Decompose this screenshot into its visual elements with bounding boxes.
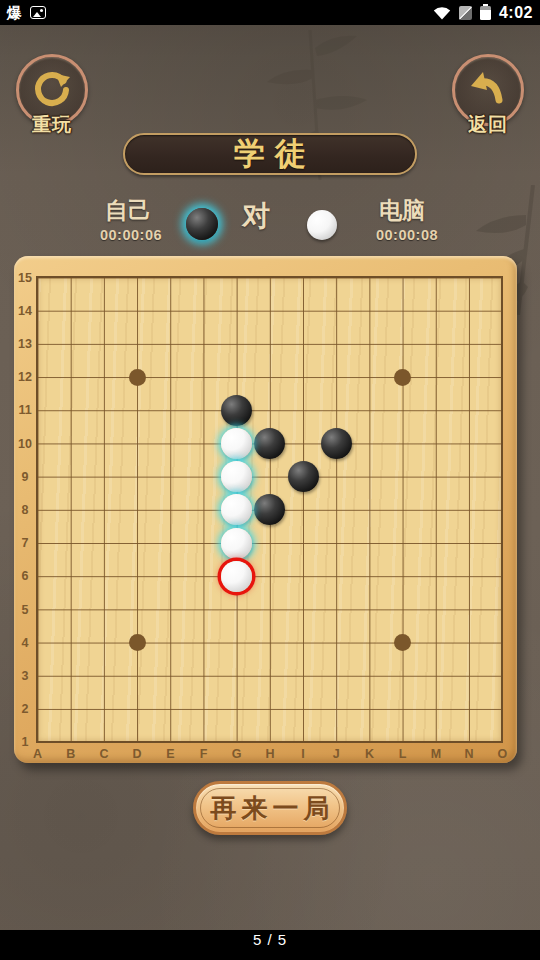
play-again-button[interactable]: 再来一局 <box>193 781 347 835</box>
row-label-4: 4 <box>16 635 34 651</box>
row-label-7: 7 <box>16 535 34 551</box>
level-banner: 学徒 <box>123 133 417 175</box>
self-timer: 00:00:06 <box>91 227 171 243</box>
col-label-J: J <box>326 746 346 760</box>
bottom-nav-bar: 5 / 5 <box>0 930 540 960</box>
game-board[interactable]: 151413121110987654321ABCDEFGHIJKLMNO <box>14 256 517 763</box>
col-label-K: K <box>360 746 380 760</box>
stone-white-g10 <box>221 428 252 459</box>
row-label-6: 6 <box>16 568 34 584</box>
col-label-H: H <box>260 746 280 760</box>
col-label-C: C <box>94 746 114 760</box>
stone-white-g6 <box>221 561 252 592</box>
col-label-L: L <box>393 746 413 760</box>
row-label-13: 13 <box>16 336 34 352</box>
opponent-stone-white <box>307 210 337 240</box>
status-bar: 爆 4:02 <box>0 0 540 25</box>
col-label-E: E <box>160 746 180 760</box>
battery-icon <box>480 4 491 21</box>
col-label-A: A <box>28 746 48 760</box>
opponent-label: 电脑 <box>367 195 437 226</box>
stone-black-j10 <box>321 428 352 459</box>
col-label-I: I <box>293 746 313 760</box>
clock-text: 4:02 <box>499 4 533 22</box>
replay-icon <box>30 68 74 112</box>
col-label-B: B <box>61 746 81 760</box>
col-label-M: M <box>426 746 446 760</box>
row-label-11: 11 <box>16 402 34 418</box>
play-again-label: 再来一局 <box>206 791 335 826</box>
app-screen: 爆 4:02 重玩 <box>0 0 540 960</box>
row-label-15: 15 <box>16 270 34 286</box>
row-label-3: 3 <box>16 668 34 684</box>
row-label-2: 2 <box>16 701 34 717</box>
stone-black-g11 <box>221 395 252 426</box>
no-sim-icon <box>459 6 472 20</box>
opponent-timer: 00:00:08 <box>367 227 447 243</box>
star-point-d12 <box>129 369 146 386</box>
self-stone-black <box>186 208 218 240</box>
self-label: 自己 <box>93 195 163 226</box>
stone-black-i9 <box>288 461 319 492</box>
back-button[interactable]: 返回 <box>450 54 526 138</box>
row-label-8: 8 <box>16 502 34 518</box>
level-title: 学徒 <box>224 133 316 175</box>
col-label-N: N <box>459 746 479 760</box>
notification-glyph: 爆 <box>7 5 22 20</box>
star-point-d4 <box>129 634 146 651</box>
col-label-O: O <box>492 746 512 760</box>
row-label-5: 5 <box>16 602 34 618</box>
screenshot-icon <box>30 6 46 19</box>
vs-label: 对 <box>236 197 276 235</box>
back-arrow-icon <box>466 68 510 112</box>
row-label-12: 12 <box>16 369 34 385</box>
row-label-9: 9 <box>16 469 34 485</box>
replay-button[interactable]: 重玩 <box>14 54 90 138</box>
col-label-G: G <box>227 746 247 760</box>
row-label-14: 14 <box>16 303 34 319</box>
star-point-l12 <box>394 369 411 386</box>
wifi-icon <box>433 6 451 20</box>
replay-label: 重玩 <box>14 112 90 138</box>
col-label-D: D <box>127 746 147 760</box>
move-counter: 5 / 5 <box>0 931 540 948</box>
stone-white-g7 <box>221 528 252 559</box>
col-label-F: F <box>194 746 214 760</box>
row-label-10: 10 <box>16 436 34 452</box>
back-label: 返回 <box>450 112 526 138</box>
